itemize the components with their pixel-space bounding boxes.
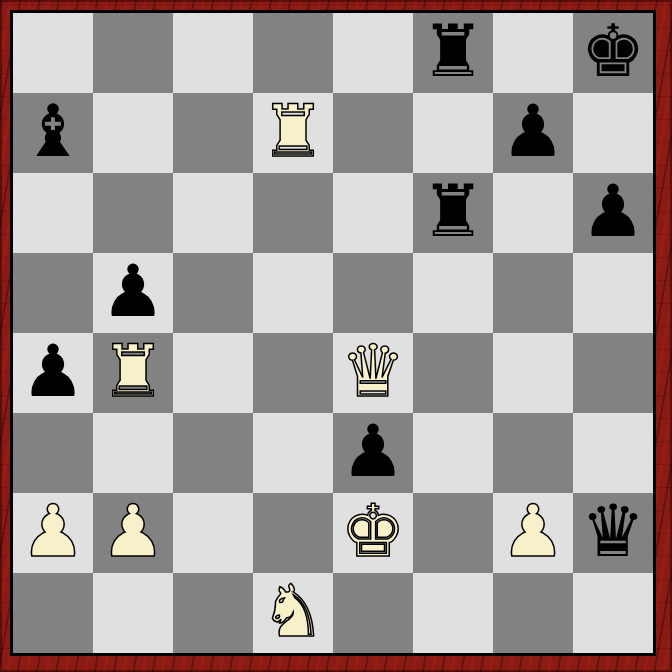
square-a7[interactable]: ♝: [13, 93, 93, 173]
piece-white-knight-d1: ♞: [261, 573, 326, 651]
piece-black-pawn-g7: ♟: [501, 93, 566, 171]
square-e3[interactable]: ♟: [333, 413, 413, 493]
square-f6[interactable]: ♜: [413, 173, 493, 253]
square-b1[interactable]: [93, 573, 173, 653]
piece-black-king-h8: ♚: [581, 13, 646, 91]
square-g3[interactable]: [493, 413, 573, 493]
square-e8[interactable]: [333, 13, 413, 93]
square-d7[interactable]: ♜: [253, 93, 333, 173]
square-h1[interactable]: [573, 573, 653, 653]
piece-white-queen-e4: ♛: [341, 333, 406, 411]
square-a5[interactable]: [13, 253, 93, 333]
square-a4[interactable]: ♟: [13, 333, 93, 413]
square-d4[interactable]: [253, 333, 333, 413]
square-g6[interactable]: [493, 173, 573, 253]
piece-white-pawn-g2: ♟: [501, 493, 566, 571]
piece-black-rook-f6: ♜: [421, 173, 486, 251]
chess-board: ♜♚♝♜♟♜♟♟♟♜♛♟♟♟♚♟♛♞: [10, 10, 656, 656]
piece-black-rook-f8: ♜: [421, 13, 486, 91]
square-e4[interactable]: ♛: [333, 333, 413, 413]
square-c6[interactable]: [173, 173, 253, 253]
square-g7[interactable]: ♟: [493, 93, 573, 173]
square-b3[interactable]: [93, 413, 173, 493]
board-frame: ♜♚♝♜♟♜♟♟♟♜♛♟♟♟♚♟♛♞: [0, 0, 672, 672]
square-e5[interactable]: [333, 253, 413, 333]
square-c5[interactable]: [173, 253, 253, 333]
square-d6[interactable]: [253, 173, 333, 253]
square-a3[interactable]: [13, 413, 93, 493]
square-f1[interactable]: [413, 573, 493, 653]
square-b2[interactable]: ♟: [93, 493, 173, 573]
square-h7[interactable]: [573, 93, 653, 173]
square-h3[interactable]: [573, 413, 653, 493]
piece-black-pawn-a4: ♟: [21, 333, 86, 411]
square-h2[interactable]: ♛: [573, 493, 653, 573]
square-a8[interactable]: [13, 13, 93, 93]
piece-black-bishop-a7: ♝: [21, 93, 86, 171]
piece-black-pawn-b5: ♟: [101, 253, 166, 331]
square-g1[interactable]: [493, 573, 573, 653]
square-f4[interactable]: [413, 333, 493, 413]
square-f2[interactable]: [413, 493, 493, 573]
square-a1[interactable]: [13, 573, 93, 653]
square-c4[interactable]: [173, 333, 253, 413]
square-f5[interactable]: [413, 253, 493, 333]
square-b8[interactable]: [93, 13, 173, 93]
piece-black-queen-h2: ♛: [581, 493, 646, 571]
square-e6[interactable]: [333, 173, 413, 253]
square-f7[interactable]: [413, 93, 493, 173]
square-h8[interactable]: ♚: [573, 13, 653, 93]
square-c8[interactable]: [173, 13, 253, 93]
square-c2[interactable]: [173, 493, 253, 573]
square-c3[interactable]: [173, 413, 253, 493]
square-h4[interactable]: [573, 333, 653, 413]
square-b7[interactable]: [93, 93, 173, 173]
square-e7[interactable]: [333, 93, 413, 173]
piece-white-king-e2: ♚: [341, 493, 406, 571]
square-d8[interactable]: [253, 13, 333, 93]
square-c7[interactable]: [173, 93, 253, 173]
square-b6[interactable]: [93, 173, 173, 253]
square-f8[interactable]: ♜: [413, 13, 493, 93]
piece-white-rook-d7: ♜: [261, 93, 326, 171]
piece-white-pawn-b2: ♟: [101, 493, 166, 571]
square-d1[interactable]: ♞: [253, 573, 333, 653]
square-d5[interactable]: [253, 253, 333, 333]
square-g5[interactable]: [493, 253, 573, 333]
square-b5[interactable]: ♟: [93, 253, 173, 333]
square-g8[interactable]: [493, 13, 573, 93]
square-e2[interactable]: ♚: [333, 493, 413, 573]
piece-white-pawn-a2: ♟: [21, 493, 86, 571]
square-c1[interactable]: [173, 573, 253, 653]
piece-black-pawn-h6: ♟: [581, 173, 646, 251]
square-f3[interactable]: [413, 413, 493, 493]
square-g2[interactable]: ♟: [493, 493, 573, 573]
piece-white-rook-b4: ♜: [101, 333, 166, 411]
square-h6[interactable]: ♟: [573, 173, 653, 253]
square-e1[interactable]: [333, 573, 413, 653]
square-b4[interactable]: ♜: [93, 333, 173, 413]
square-d2[interactable]: [253, 493, 333, 573]
square-a2[interactable]: ♟: [13, 493, 93, 573]
square-h5[interactable]: [573, 253, 653, 333]
square-a6[interactable]: [13, 173, 93, 253]
piece-black-pawn-e3: ♟: [341, 413, 406, 491]
square-g4[interactable]: [493, 333, 573, 413]
square-d3[interactable]: [253, 413, 333, 493]
